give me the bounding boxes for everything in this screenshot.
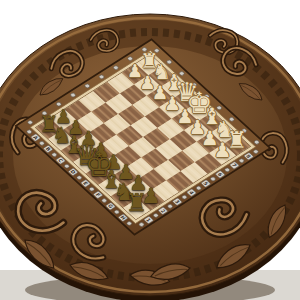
table-illustration: 87654321ABCDEFGH [0, 0, 300, 300]
chess-table-scene: 87654321ABCDEFGH ♜♞♝♛♚♝♞♜♟♟♟♟♟♟♟♟♟♟♟♟♟♟♟… [0, 0, 300, 300]
